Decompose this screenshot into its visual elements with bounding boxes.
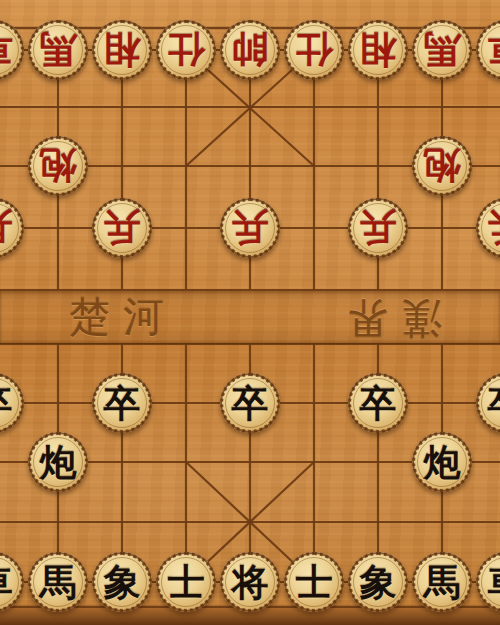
piece-black-soldier[interactable]: 卒 [92,373,152,433]
piece-black-chariot[interactable]: 車 [476,552,500,612]
piece-glyph: 士 [156,552,216,612]
piece-black-horse[interactable]: 馬 [412,552,472,612]
piece-red-advisor[interactable]: 仕 [284,20,344,80]
piece-glyph: 車 [0,552,24,612]
piece-red-elephant[interactable]: 相 [92,20,152,80]
piece-red-soldier[interactable]: 兵 [348,198,408,258]
piece-black-advisor[interactable]: 士 [284,552,344,612]
piece-glyph: 兵 [476,198,500,258]
piece-red-soldier[interactable]: 兵 [476,198,500,258]
piece-red-cannon[interactable]: 炮 [412,136,472,196]
piece-glyph: 仕 [284,20,344,80]
piece-glyph: 卒 [0,373,24,433]
piece-glyph: 士 [284,552,344,612]
piece-red-horse[interactable]: 馬 [412,20,472,80]
piece-glyph: 将 [220,552,280,612]
piece-black-cannon[interactable]: 炮 [28,432,88,492]
piece-glyph: 象 [92,552,152,612]
piece-black-soldier[interactable]: 卒 [0,373,24,433]
piece-glyph: 炮 [28,136,88,196]
piece-glyph: 兵 [92,198,152,258]
piece-red-elephant[interactable]: 相 [348,20,408,80]
piece-glyph: 相 [348,20,408,80]
piece-red-chariot[interactable]: 車 [476,20,500,80]
piece-black-horse[interactable]: 馬 [28,552,88,612]
piece-black-general[interactable]: 将 [220,552,280,612]
piece-red-soldier[interactable]: 兵 [220,198,280,258]
piece-glyph: 炮 [28,432,88,492]
piece-black-elephant[interactable]: 象 [348,552,408,612]
piece-glyph: 仕 [156,20,216,80]
piece-glyph: 馬 [28,20,88,80]
piece-red-cannon[interactable]: 炮 [28,136,88,196]
piece-glyph: 卒 [92,373,152,433]
piece-glyph: 車 [0,20,24,80]
piece-black-chariot[interactable]: 車 [0,552,24,612]
piece-glyph: 卒 [348,373,408,433]
piece-glyph: 車 [476,552,500,612]
piece-glyph: 兵 [220,198,280,258]
piece-glyph: 卒 [476,373,500,433]
piece-black-soldier[interactable]: 卒 [220,373,280,433]
piece-red-chariot[interactable]: 車 [0,20,24,80]
piece-black-cannon[interactable]: 炮 [412,432,472,492]
piece-glyph: 帥 [220,20,280,80]
piece-glyph: 炮 [412,136,472,196]
pieces-layer: 車馬相仕帥仕相馬車炮炮兵兵兵兵兵卒卒卒卒卒炮炮車馬象士将士象馬車 [0,0,500,625]
piece-glyph: 馬 [28,552,88,612]
piece-glyph: 馬 [412,552,472,612]
piece-red-horse[interactable]: 馬 [28,20,88,80]
piece-red-soldier[interactable]: 兵 [0,198,24,258]
piece-black-advisor[interactable]: 士 [156,552,216,612]
piece-glyph: 卒 [220,373,280,433]
piece-black-soldier[interactable]: 卒 [476,373,500,433]
piece-red-general[interactable]: 帥 [220,20,280,80]
piece-glyph: 兵 [348,198,408,258]
piece-black-elephant[interactable]: 象 [92,552,152,612]
piece-glyph: 相 [92,20,152,80]
piece-glyph: 象 [348,552,408,612]
piece-glyph: 炮 [412,432,472,492]
piece-red-advisor[interactable]: 仕 [156,20,216,80]
piece-glyph: 馬 [412,20,472,80]
piece-glyph: 兵 [0,198,24,258]
xiangqi-board: 楚河 漢界 車馬相仕帥仕相馬車炮炮兵兵兵兵兵卒卒卒卒卒炮炮車馬象士将士象馬車 [0,0,500,625]
piece-glyph: 車 [476,20,500,80]
piece-red-soldier[interactable]: 兵 [92,198,152,258]
piece-black-soldier[interactable]: 卒 [348,373,408,433]
